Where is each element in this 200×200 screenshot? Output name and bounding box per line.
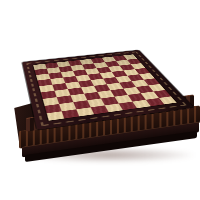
pieces-layer: ♜♞♝♛♚♝♞♜♟♟♟♟♟♟♟♟♟♟♟♟♟♟♟♟♜♞♝♛♚♝♞♜	[33, 54, 176, 120]
chess-set-photo: ♜♞♝♛♚♝♞♜♟♟♟♟♟♟♟♟♟♟♟♟♟♟♟♟♜♞♝♛♚♝♞♜	[0, 0, 200, 200]
piece-glyph: ♜	[42, 86, 63, 110]
piece-glyph: ♟	[34, 56, 49, 73]
